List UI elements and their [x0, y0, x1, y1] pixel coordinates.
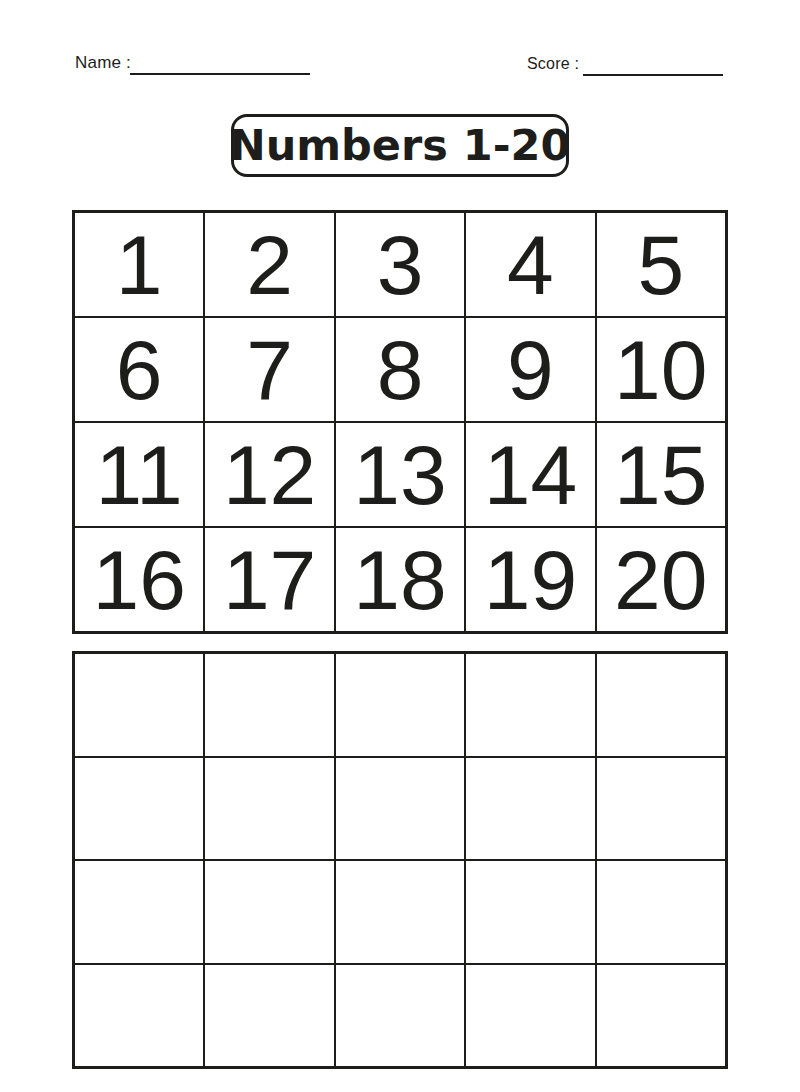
number-cell-18: 18 [335, 527, 465, 632]
number-cell-15: 15 [596, 422, 726, 527]
score-write-line[interactable] [583, 74, 723, 76]
practice-cell-16[interactable] [74, 964, 204, 1068]
number-cell-20: 20 [596, 527, 726, 632]
score-label: Score : [527, 55, 579, 73]
number-cell-13: 13 [335, 422, 465, 527]
practice-cell-1[interactable] [74, 653, 204, 757]
practice-cell-11[interactable] [74, 860, 204, 964]
practice-cell-19[interactable] [465, 964, 595, 1068]
practice-cell-8[interactable] [335, 757, 465, 861]
practice-cell-4[interactable] [465, 653, 595, 757]
worksheet-page: Name : Score : Numbers 1-20 123456789101… [0, 0, 800, 1092]
number-cell-17: 17 [204, 527, 334, 632]
number-cell-8: 8 [335, 317, 465, 422]
number-cell-4: 4 [465, 212, 595, 317]
practice-cell-20[interactable] [596, 964, 726, 1068]
practice-cell-17[interactable] [204, 964, 334, 1068]
practice-cell-2[interactable] [204, 653, 334, 757]
number-cell-5: 5 [596, 212, 726, 317]
practice-cell-15[interactable] [596, 860, 726, 964]
practice-grid [72, 651, 728, 1069]
number-cell-16: 16 [74, 527, 204, 632]
practice-cell-18[interactable] [335, 964, 465, 1068]
number-cell-6: 6 [74, 317, 204, 422]
practice-cell-9[interactable] [465, 757, 595, 861]
practice-cell-12[interactable] [204, 860, 334, 964]
numbers-grid: 1234567891011121314151617181920 [72, 210, 728, 634]
practice-cell-10[interactable] [596, 757, 726, 861]
title-box: Numbers 1-20 [231, 114, 569, 177]
number-cell-10: 10 [596, 317, 726, 422]
practice-cell-14[interactable] [465, 860, 595, 964]
name-write-line[interactable] [130, 73, 310, 75]
number-cell-3: 3 [335, 212, 465, 317]
practice-cell-7[interactable] [204, 757, 334, 861]
number-cell-9: 9 [465, 317, 595, 422]
number-cell-2: 2 [204, 212, 334, 317]
practice-cell-6[interactable] [74, 757, 204, 861]
practice-cell-3[interactable] [335, 653, 465, 757]
number-cell-14: 14 [465, 422, 595, 527]
number-cell-11: 11 [74, 422, 204, 527]
name-label: Name : [75, 53, 131, 73]
number-cell-19: 19 [465, 527, 595, 632]
practice-cell-13[interactable] [335, 860, 465, 964]
practice-cell-5[interactable] [596, 653, 726, 757]
number-cell-1: 1 [74, 212, 204, 317]
number-cell-12: 12 [204, 422, 334, 527]
number-cell-7: 7 [204, 317, 334, 422]
page-title: Numbers 1-20 [230, 120, 571, 170]
